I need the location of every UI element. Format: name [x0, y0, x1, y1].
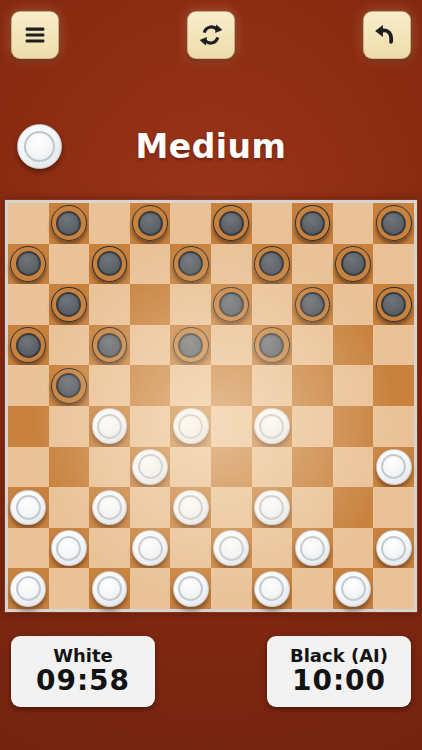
checker-piece-black[interactable]	[254, 327, 290, 363]
checker-piece-white[interactable]	[376, 449, 412, 485]
checker-piece-black[interactable]	[335, 246, 371, 282]
refresh-icon	[197, 21, 225, 49]
board-square	[252, 447, 293, 488]
board-square[interactable]	[211, 284, 252, 325]
checker-piece-black[interactable]	[173, 246, 209, 282]
board-square	[89, 447, 130, 488]
board-square[interactable]	[89, 325, 130, 366]
board-square	[211, 487, 252, 528]
board-square[interactable]	[49, 528, 90, 569]
board-square[interactable]	[252, 406, 293, 447]
checker-piece-black[interactable]	[92, 246, 128, 282]
board-square	[333, 284, 374, 325]
board-square[interactable]	[292, 284, 333, 325]
board-square[interactable]	[170, 568, 211, 609]
board-square	[252, 528, 293, 569]
board-square	[170, 365, 211, 406]
checkers-board	[4, 199, 418, 613]
board-square[interactable]	[373, 284, 414, 325]
checker-piece-white[interactable]	[254, 408, 290, 444]
board-square[interactable]	[89, 568, 130, 609]
board-square	[170, 447, 211, 488]
board-square[interactable]	[130, 447, 171, 488]
checker-piece-black[interactable]	[376, 205, 412, 241]
board-square	[49, 568, 90, 609]
board-square	[8, 284, 49, 325]
hamburger-icon	[20, 20, 50, 50]
checker-piece-white[interactable]	[254, 571, 290, 607]
board-square[interactable]	[89, 406, 130, 447]
board-square[interactable]	[130, 528, 171, 569]
checker-piece-white[interactable]	[254, 490, 290, 526]
checker-piece-white[interactable]	[92, 571, 128, 607]
board-square[interactable]	[252, 244, 293, 285]
undo-arrow-icon	[372, 20, 402, 50]
board-square[interactable]	[292, 203, 333, 244]
board-square	[49, 325, 90, 366]
board-square[interactable]	[373, 365, 414, 406]
board-square	[89, 284, 130, 325]
board-square	[333, 203, 374, 244]
board-square[interactable]	[333, 325, 374, 366]
checker-piece-black[interactable]	[51, 287, 87, 323]
checker-piece-black[interactable]	[51, 368, 87, 404]
board-square	[252, 203, 293, 244]
board-square	[130, 568, 171, 609]
board-square[interactable]	[252, 487, 293, 528]
board-square	[373, 244, 414, 285]
board-square[interactable]	[211, 447, 252, 488]
restart-button[interactable]	[187, 11, 235, 59]
board-square[interactable]	[49, 447, 90, 488]
board-square	[292, 406, 333, 447]
checker-piece-black[interactable]	[10, 246, 46, 282]
board-square	[8, 447, 49, 488]
board-square	[373, 325, 414, 366]
checker-piece-black[interactable]	[51, 205, 87, 241]
checker-piece-white[interactable]	[295, 530, 331, 566]
board-square[interactable]	[49, 365, 90, 406]
checker-piece-white[interactable]	[213, 530, 249, 566]
board-square	[373, 487, 414, 528]
board-square	[89, 528, 130, 569]
board-square	[89, 203, 130, 244]
checker-piece-black[interactable]	[10, 327, 46, 363]
checker-piece-black[interactable]	[213, 287, 249, 323]
checker-piece-white[interactable]	[132, 449, 168, 485]
checker-piece-black[interactable]	[295, 287, 331, 323]
checker-piece-white[interactable]	[10, 571, 46, 607]
board-square[interactable]	[252, 568, 293, 609]
board-square[interactable]	[89, 487, 130, 528]
checker-piece-black[interactable]	[376, 287, 412, 323]
checker-piece-black[interactable]	[213, 205, 249, 241]
board-square[interactable]	[373, 447, 414, 488]
board-square[interactable]	[170, 406, 211, 447]
board-square	[211, 325, 252, 366]
board-square	[211, 244, 252, 285]
board-square[interactable]	[8, 568, 49, 609]
board-square[interactable]	[333, 244, 374, 285]
checker-piece-white[interactable]	[92, 408, 128, 444]
board-square[interactable]	[89, 244, 130, 285]
black-clock-time: 10:00	[292, 665, 386, 697]
checker-piece-white[interactable]	[92, 490, 128, 526]
board-square[interactable]	[373, 203, 414, 244]
board-square	[8, 365, 49, 406]
undo-button[interactable]	[363, 11, 411, 59]
board-square	[373, 568, 414, 609]
white-clock-label: White	[53, 646, 113, 666]
board-square[interactable]	[211, 203, 252, 244]
checker-piece-white[interactable]	[51, 530, 87, 566]
checker-piece-white[interactable]	[173, 571, 209, 607]
black-clock-label: Black (AI)	[290, 646, 388, 666]
menu-button[interactable]	[11, 11, 59, 59]
difficulty-title: Medium	[0, 127, 422, 166]
board-square	[373, 406, 414, 447]
checker-piece-black[interactable]	[92, 327, 128, 363]
board-square	[252, 284, 293, 325]
black-clock: Black (AI) 10:00	[267, 636, 411, 707]
board-square	[292, 325, 333, 366]
board-square	[130, 244, 171, 285]
checker-piece-white[interactable]	[173, 490, 209, 526]
board-square[interactable]	[211, 365, 252, 406]
board-square	[8, 528, 49, 569]
board-square[interactable]	[170, 325, 211, 366]
board-square[interactable]	[49, 203, 90, 244]
board-square	[292, 568, 333, 609]
board-square	[170, 284, 211, 325]
board-square[interactable]	[130, 284, 171, 325]
board-square[interactable]	[170, 487, 211, 528]
board-square	[292, 487, 333, 528]
board-square[interactable]	[130, 203, 171, 244]
board-square	[8, 203, 49, 244]
board-square[interactable]	[252, 325, 293, 366]
board-square[interactable]	[8, 244, 49, 285]
board-square[interactable]	[333, 406, 374, 447]
board-square[interactable]	[333, 487, 374, 528]
board-square	[333, 447, 374, 488]
board-square	[252, 365, 293, 406]
board-square[interactable]	[373, 528, 414, 569]
checker-piece-white[interactable]	[132, 530, 168, 566]
board-square	[170, 528, 211, 569]
board-square	[130, 325, 171, 366]
checker-piece-white[interactable]	[10, 490, 46, 526]
board-square[interactable]	[130, 365, 171, 406]
board-square[interactable]	[211, 528, 252, 569]
board-square	[49, 406, 90, 447]
checker-piece-black[interactable]	[254, 246, 290, 282]
board-square	[170, 203, 211, 244]
board-square[interactable]	[292, 365, 333, 406]
board-square[interactable]	[8, 325, 49, 366]
board-square	[211, 406, 252, 447]
board-square[interactable]	[49, 284, 90, 325]
board-grid	[8, 203, 414, 609]
board-square[interactable]	[292, 528, 333, 569]
app-screen: Medium White 09:58 Black (AI) 10:00	[0, 0, 422, 750]
board-square[interactable]	[292, 447, 333, 488]
board-square[interactable]	[170, 244, 211, 285]
checker-piece-black[interactable]	[295, 205, 331, 241]
checker-piece-white[interactable]	[173, 408, 209, 444]
board-square	[89, 365, 130, 406]
white-clock-time: 09:58	[36, 665, 130, 697]
board-square	[49, 487, 90, 528]
board-square[interactable]	[8, 406, 49, 447]
white-clock: White 09:58	[11, 636, 155, 707]
board-square[interactable]	[8, 487, 49, 528]
board-square	[333, 528, 374, 569]
board-square	[130, 487, 171, 528]
board-square	[130, 406, 171, 447]
board-square	[49, 244, 90, 285]
board-square[interactable]	[333, 568, 374, 609]
checker-piece-white[interactable]	[376, 530, 412, 566]
board-square	[333, 365, 374, 406]
checker-piece-black[interactable]	[132, 205, 168, 241]
checker-piece-white[interactable]	[335, 571, 371, 607]
board-square	[292, 244, 333, 285]
checker-piece-black[interactable]	[173, 327, 209, 363]
board-square	[211, 568, 252, 609]
